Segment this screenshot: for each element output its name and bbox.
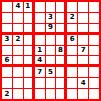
cell-r5c2[interactable] (13, 46, 23, 56)
cell-r4c2[interactable]: 2 (13, 35, 23, 45)
cell-r6c6[interactable] (56, 56, 66, 66)
cell-r3c3[interactable] (24, 24, 34, 34)
cell-r3c5[interactable]: 9 (46, 24, 56, 34)
cell-r3c9[interactable] (89, 24, 99, 34)
cell-r3c8[interactable] (78, 24, 88, 34)
cell-r3c1[interactable] (2, 24, 12, 34)
cell-r8c5[interactable] (46, 78, 56, 88)
cell-r5c8[interactable]: 7 (78, 46, 88, 56)
cell-r9c9[interactable] (89, 89, 99, 99)
cell-r4c8[interactable] (78, 35, 88, 45)
cell-r7c4[interactable]: 7 (35, 67, 45, 77)
cell-r1c6[interactable] (56, 2, 66, 12)
cell-r2c8[interactable] (78, 13, 88, 23)
cell-r8c4[interactable] (35, 78, 45, 88)
cell-r6c4[interactable]: 4 (35, 56, 45, 66)
cell-r5c3[interactable] (24, 46, 34, 56)
cell-r4c3[interactable] (24, 35, 34, 45)
cell-r9c5[interactable] (46, 89, 56, 99)
cell-r8c9[interactable] (89, 78, 99, 88)
cell-r2c6[interactable] (56, 13, 66, 23)
cell-r8c2[interactable] (13, 78, 23, 88)
cell-r5c9[interactable] (89, 46, 99, 56)
cell-r7c8[interactable] (78, 67, 88, 77)
cell-r9c3[interactable] (24, 89, 34, 99)
cell-r9c7[interactable] (67, 89, 77, 99)
cell-r7c3[interactable] (24, 67, 34, 77)
cell-r1c3[interactable]: 1 (24, 2, 34, 12)
cell-r1c8[interactable] (78, 2, 88, 12)
cell-r2c9[interactable] (89, 13, 99, 23)
cell-r2c3[interactable] (24, 13, 34, 23)
cell-r2c5[interactable]: 3 (46, 13, 56, 23)
cell-r7c5[interactable]: 5 (46, 67, 56, 77)
cell-r8c1[interactable] (2, 78, 12, 88)
cell-r1c5[interactable] (46, 2, 56, 12)
cell-r8c7[interactable] (67, 78, 77, 88)
cell-r4c5[interactable] (46, 35, 56, 45)
cell-r7c1[interactable] (2, 67, 12, 77)
cell-r4c4[interactable] (35, 35, 45, 45)
cell-r9c6[interactable] (56, 89, 66, 99)
cell-r4c9[interactable] (89, 35, 99, 45)
cell-r2c1[interactable] (2, 13, 12, 23)
cell-r8c8[interactable]: 4 (78, 78, 88, 88)
cell-r9c8[interactable] (78, 89, 88, 99)
cell-r9c4[interactable] (35, 89, 45, 99)
cell-r6c2[interactable] (13, 56, 23, 66)
cell-r5c6[interactable]: 8 (56, 46, 66, 56)
cell-r1c2[interactable]: 4 (13, 2, 23, 12)
cell-r9c1[interactable]: 2 (2, 89, 12, 99)
cell-r3c2[interactable] (13, 24, 23, 34)
cell-r6c9[interactable] (89, 56, 99, 66)
cell-r7c2[interactable] (13, 67, 23, 77)
cell-r7c7[interactable] (67, 67, 77, 77)
cell-r2c2[interactable] (13, 13, 23, 23)
cell-r7c6[interactable] (56, 67, 66, 77)
cell-r5c4[interactable]: 1 (35, 46, 45, 56)
cell-r6c3[interactable] (24, 56, 34, 66)
cell-r1c4[interactable] (35, 2, 45, 12)
cell-r4c6[interactable] (56, 35, 66, 45)
cell-r4c1[interactable]: 3 (2, 35, 12, 45)
cell-r3c4[interactable] (35, 24, 45, 34)
cell-r4c7[interactable]: 6 (67, 35, 77, 45)
cell-r1c7[interactable] (67, 2, 77, 12)
cell-r5c7[interactable] (67, 46, 77, 56)
cell-r3c6[interactable] (56, 24, 66, 34)
cell-r8c3[interactable] (24, 78, 34, 88)
cell-r3c7[interactable] (67, 24, 77, 34)
cell-r6c1[interactable]: 6 (2, 56, 12, 66)
cell-r1c9[interactable] (89, 2, 99, 12)
cell-r7c9[interactable] (89, 67, 99, 77)
sudoku-board: 41329326187647542 (0, 0, 101, 101)
cell-r6c7[interactable] (67, 56, 77, 66)
cell-r6c5[interactable] (46, 56, 56, 66)
cell-r9c2[interactable] (13, 89, 23, 99)
cell-r1c1[interactable] (2, 2, 12, 12)
cell-r2c4[interactable] (35, 13, 45, 23)
cell-r5c1[interactable] (2, 46, 12, 56)
cell-r6c8[interactable] (78, 56, 88, 66)
cell-r2c7[interactable]: 2 (67, 13, 77, 23)
cell-r5c5[interactable] (46, 46, 56, 56)
cell-r8c6[interactable] (56, 78, 66, 88)
